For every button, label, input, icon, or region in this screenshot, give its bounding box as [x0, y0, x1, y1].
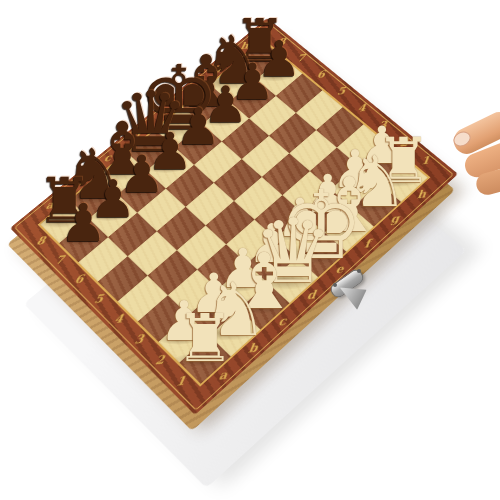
- rook-glyph: ♜: [176, 306, 235, 372]
- clasp-screw: [357, 269, 361, 273]
- hand: [444, 96, 500, 206]
- pieces-layer: ♜♞♝♛♚♝♞♜♟♟♟♟♟♟♟♟♟♟♟♟♟♟♟♟♜♞♝♛♚♝♞♜: [0, 0, 500, 500]
- pawn-glyph: ♟: [60, 197, 107, 249]
- product-photo: aabbccddeeffgghh1122334455667788 ♜♞♝♛♚♝♞…: [0, 0, 500, 500]
- clasp-screw: [333, 283, 337, 287]
- metal-clasp-icon: [327, 266, 375, 320]
